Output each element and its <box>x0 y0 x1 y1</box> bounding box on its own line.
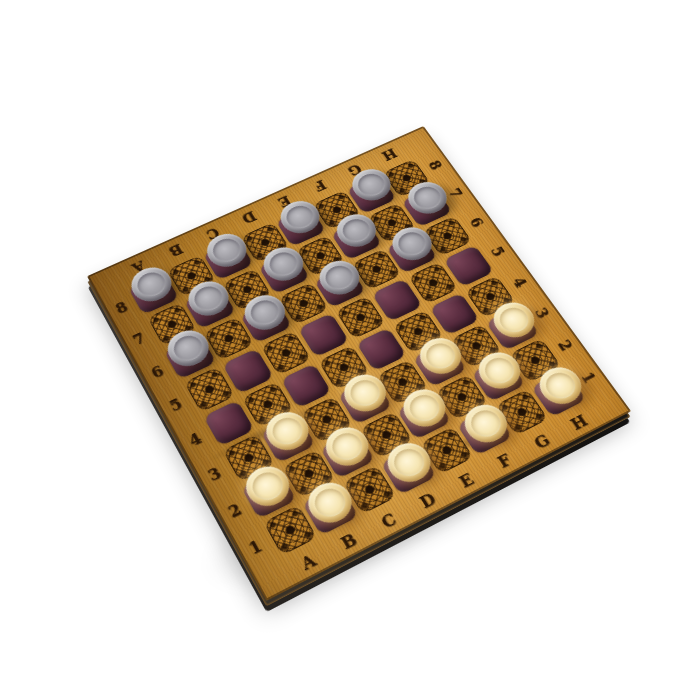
piece-cream-d3 <box>337 368 393 418</box>
label-text: D <box>416 489 439 512</box>
label-text: H <box>379 145 400 163</box>
label-text: B <box>166 241 186 260</box>
label-text: 5 <box>488 244 509 259</box>
piece-cream-h1 <box>532 361 589 410</box>
label-text: A <box>297 550 319 573</box>
label-text: F <box>311 177 329 194</box>
label-text: 2 <box>225 500 245 522</box>
label-text: B <box>337 529 360 552</box>
label-text: 8 <box>112 298 130 317</box>
label-text: 3 <box>205 464 224 485</box>
label-text: 5 <box>166 395 185 415</box>
square-f1 <box>457 407 513 455</box>
label-text: 7 <box>446 186 467 201</box>
label-text: 7 <box>130 330 148 349</box>
label-text: G <box>530 430 553 452</box>
photo-scene: ABCDEFGH8877665544332211ABCDEFGH <box>0 0 700 700</box>
label-text: 4 <box>185 429 204 450</box>
label-text: 1 <box>245 536 265 558</box>
label-text: 6 <box>466 214 487 229</box>
label-text: 8 <box>425 158 446 172</box>
label-text: 2 <box>555 337 577 353</box>
label-text: 6 <box>148 362 166 382</box>
piece-cream-g2 <box>472 346 528 395</box>
square-e4 <box>355 327 406 371</box>
label-text: C <box>377 509 399 532</box>
label-text: E <box>455 469 476 491</box>
label-text: H <box>567 411 591 433</box>
label-text: 1 <box>578 369 600 386</box>
label-text: 4 <box>509 274 531 290</box>
label-text: 3 <box>532 305 554 321</box>
square-g2 <box>471 355 526 401</box>
label-text: D <box>239 208 259 226</box>
label-text: F <box>494 450 515 471</box>
